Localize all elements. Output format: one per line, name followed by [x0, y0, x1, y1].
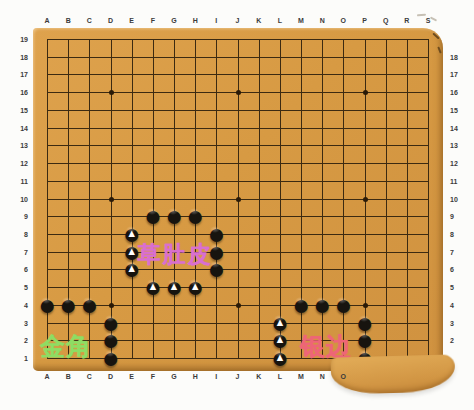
marked-black-stone: ●▲ — [184, 276, 206, 298]
column-label-bottom: N — [315, 372, 329, 381]
grid-line-vertical — [386, 39, 387, 359]
column-label-top: K — [252, 16, 266, 25]
column-label-top: C — [82, 16, 96, 25]
column-label-top: L — [273, 16, 287, 25]
row-label-left: 16 — [8, 88, 28, 97]
column-label-top: S — [421, 16, 435, 25]
black-stone: ● — [332, 294, 354, 316]
row-label-left: 1 — [8, 354, 28, 363]
grid-line-horizontal — [47, 287, 429, 288]
row-label-left: 9 — [8, 212, 28, 221]
row-label-right: 9 — [450, 212, 470, 221]
triangle-mark-icon: ▲ — [142, 281, 164, 292]
row-label-right: 7 — [450, 248, 470, 257]
grid-line-horizontal — [47, 216, 429, 217]
black-stone: ● — [57, 294, 79, 316]
row-label-right: 8 — [450, 230, 470, 239]
column-label-top: G — [167, 16, 181, 25]
row-label-left: 5 — [8, 283, 28, 292]
stone-highlight — [359, 332, 369, 339]
stone-highlight — [83, 297, 93, 304]
stone-highlight — [168, 208, 178, 215]
stone-highlight — [105, 350, 115, 357]
go-diagram: ●●●●●●●●●●●●●●●●●●●▲●▲●▲●▲●▲●▲●▲●▲●▲ 金角 … — [0, 0, 474, 410]
stone-highlight — [62, 297, 72, 304]
column-label-top: R — [400, 16, 414, 25]
row-label-right: 3 — [450, 319, 470, 328]
row-label-left: 8 — [8, 230, 28, 239]
column-label-top: Q — [379, 16, 393, 25]
column-label-bottom: L — [273, 372, 287, 381]
stone-highlight — [316, 297, 326, 304]
star-point — [109, 197, 114, 202]
column-label-bottom: H — [188, 372, 202, 381]
stone-highlight — [295, 297, 305, 304]
grid-line-horizontal — [47, 252, 429, 253]
row-label-left: 15 — [8, 106, 28, 115]
marked-black-stone: ●▲ — [163, 276, 185, 298]
triangle-mark-icon: ▲ — [184, 281, 206, 292]
row-label-right: 2 — [450, 336, 470, 345]
stone-highlight — [105, 315, 115, 322]
black-stone: ● — [311, 294, 333, 316]
row-label-right: 12 — [450, 159, 470, 168]
row-label-left: 6 — [8, 265, 28, 274]
star-point — [363, 197, 368, 202]
black-stone: ● — [100, 347, 122, 369]
row-label-right: 5 — [450, 283, 470, 292]
column-label-top: B — [61, 16, 75, 25]
star-point — [236, 303, 241, 308]
black-stone: ● — [290, 294, 312, 316]
row-label-left: 3 — [8, 319, 28, 328]
black-stone: ● — [78, 294, 100, 316]
stone-highlight — [210, 226, 220, 233]
stone-highlight — [147, 208, 157, 215]
black-stone: ● — [36, 294, 58, 316]
row-label-left: 2 — [8, 336, 28, 345]
star-point — [363, 90, 368, 95]
row-label-left: 13 — [8, 141, 28, 150]
triangle-mark-icon: ▲ — [163, 281, 185, 292]
column-label-top: O — [336, 16, 350, 25]
row-label-left: 17 — [8, 70, 28, 79]
row-label-left: 18 — [8, 53, 28, 62]
stone-highlight — [337, 297, 347, 304]
column-label-bottom: O — [336, 372, 350, 381]
star-point — [109, 90, 114, 95]
star-point — [236, 90, 241, 95]
column-label-bottom: K — [252, 372, 266, 381]
grid-line-horizontal — [47, 269, 429, 270]
row-label-right: 13 — [450, 141, 470, 150]
column-label-bottom: G — [167, 372, 181, 381]
column-label-top: F — [146, 16, 160, 25]
marked-black-stone: ●▲ — [142, 276, 164, 298]
column-label-bottom: I — [209, 372, 223, 381]
column-label-top: J — [231, 16, 245, 25]
row-label-left: 11 — [8, 177, 28, 186]
triangle-mark-icon: ▲ — [269, 352, 291, 363]
black-stone: ● — [163, 205, 185, 227]
black-stone: ● — [142, 205, 164, 227]
column-label-top: P — [358, 16, 372, 25]
row-label-right: 14 — [450, 124, 470, 133]
row-label-right: 6 — [450, 265, 470, 274]
row-label-right: 18 — [450, 53, 470, 62]
row-label-left: 14 — [8, 124, 28, 133]
row-label-left: 19 — [8, 35, 28, 44]
star-point — [236, 197, 241, 202]
stone-highlight — [41, 297, 51, 304]
row-label-right: 16 — [450, 88, 470, 97]
grid-line-vertical — [259, 39, 260, 359]
stone-highlight — [105, 332, 115, 339]
row-label-right: 4 — [450, 301, 470, 310]
row-label-left: 4 — [8, 301, 28, 310]
marked-black-stone: ●▲ — [269, 347, 291, 369]
black-stone: ● — [184, 205, 206, 227]
column-label-top: H — [188, 16, 202, 25]
grid-line-horizontal — [47, 234, 429, 235]
column-label-top: N — [315, 16, 329, 25]
grid-line-vertical — [428, 39, 429, 359]
column-label-top: A — [40, 16, 54, 25]
column-label-bottom: B — [61, 372, 75, 381]
row-label-right: 11 — [450, 177, 470, 186]
column-label-top: D — [104, 16, 118, 25]
column-label-bottom: M — [294, 372, 308, 381]
row-label-right: 15 — [450, 106, 470, 115]
row-label-right: 17 — [450, 70, 470, 79]
row-label-left: 7 — [8, 248, 28, 257]
column-label-bottom: F — [146, 372, 160, 381]
column-label-top: E — [125, 16, 139, 25]
annotation-caodupi: 草肚皮 — [138, 239, 213, 270]
column-label-top: M — [294, 16, 308, 25]
column-label-top: I — [209, 16, 223, 25]
column-label-bottom: E — [125, 372, 139, 381]
column-label-bottom: C — [82, 372, 96, 381]
row-label-right: 10 — [450, 195, 470, 204]
annotation-jinjiao: 金角 — [40, 330, 92, 363]
column-label-bottom: D — [104, 372, 118, 381]
column-label-bottom: A — [40, 372, 54, 381]
stone-highlight — [189, 208, 199, 215]
stone-highlight — [359, 315, 369, 322]
row-label-left: 10 — [8, 195, 28, 204]
column-label-bottom: J — [231, 372, 245, 381]
grid-line-vertical — [407, 39, 408, 359]
row-label-left: 12 — [8, 159, 28, 168]
